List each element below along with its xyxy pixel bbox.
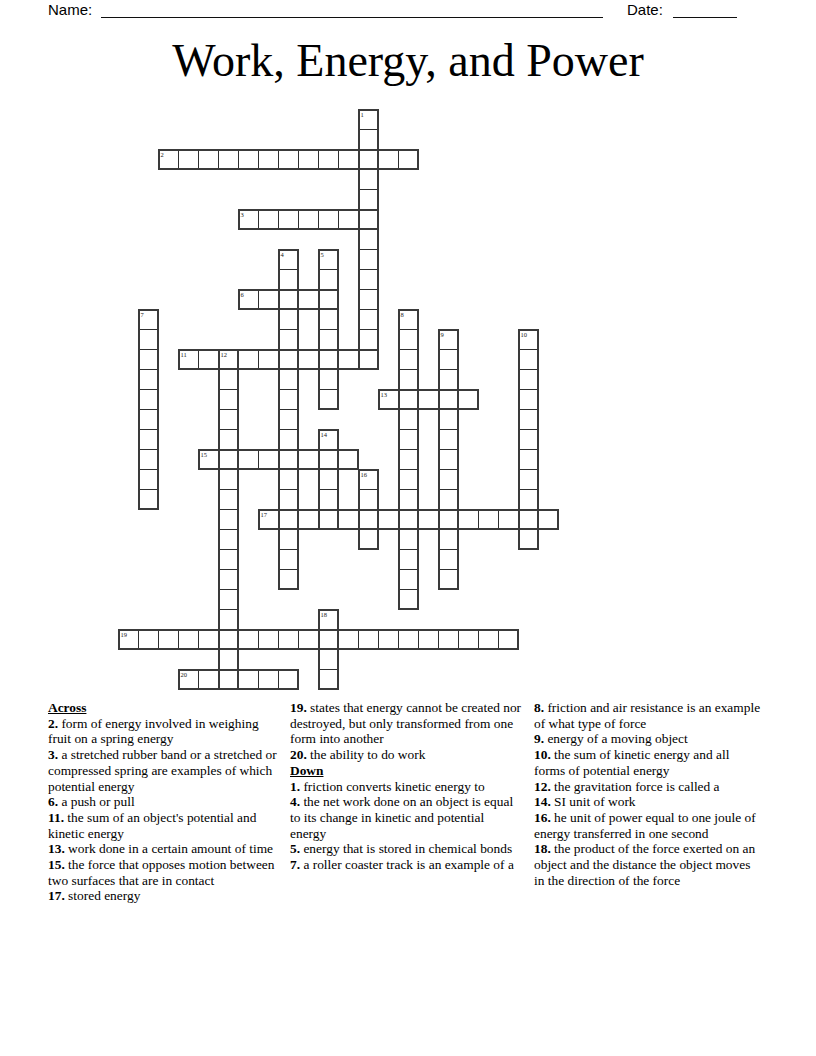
- grid-cell-r12c20[interactable]: [518, 349, 539, 370]
- grid-cell-r12c1[interactable]: [138, 349, 159, 370]
- grid-cell-r7c10[interactable]: [318, 249, 339, 270]
- grid-cell-r11c8[interactable]: [278, 329, 299, 350]
- grid-cell-r27c10[interactable]: [318, 649, 339, 670]
- grid-cell-r17c9[interactable]: [298, 449, 319, 470]
- clue-number: 9.: [534, 731, 544, 746]
- grid-cell-r2c12[interactable]: [358, 149, 379, 170]
- grid-cell-r19c8[interactable]: [278, 489, 299, 510]
- clue-across-2: 2. form of energy involved in weighing f…: [48, 716, 278, 747]
- clue-across-6: 6. a push or pull: [48, 794, 278, 810]
- grid-cell-r12c12[interactable]: [358, 349, 379, 370]
- clue-down-4: 4. the net work done on an object is equ…: [290, 794, 522, 841]
- grid-cell-r0c12[interactable]: [358, 109, 379, 130]
- grid-cell-r24c5[interactable]: [218, 589, 239, 610]
- grid-cell-r16c20[interactable]: [518, 429, 539, 450]
- grid-cell-r26c7[interactable]: [258, 629, 279, 650]
- clue-down-10: 10. the sum of kinetic energy and all fo…: [534, 747, 762, 778]
- grid-cell-r19c10[interactable]: [318, 489, 339, 510]
- grid-cell-r9c7[interactable]: [258, 289, 279, 310]
- grid-cell-r26c18[interactable]: [478, 629, 499, 650]
- grid-cell-r18c5[interactable]: [218, 469, 239, 490]
- clue-text: a push or pull: [58, 794, 135, 809]
- grid-cell-r14c8[interactable]: [278, 389, 299, 410]
- grid-cell-r16c1[interactable]: [138, 429, 159, 450]
- grid-cell-r26c13[interactable]: [378, 629, 399, 650]
- grid-cell-r18c14[interactable]: [398, 469, 419, 490]
- grid-cell-r19c16[interactable]: [438, 489, 459, 510]
- clue-across-11: 11. the sum of an object's potential and…: [48, 810, 278, 841]
- grid-cell-r13c16[interactable]: [438, 369, 459, 390]
- clue-number: 4.: [290, 794, 300, 809]
- grid-cell-r6c12[interactable]: [358, 229, 379, 250]
- grid-cell-r15c8[interactable]: [278, 409, 299, 430]
- clue-column-1: Across2. form of energy involved in weig…: [48, 700, 278, 904]
- grid-cell-r20c9[interactable]: [298, 509, 319, 530]
- grid-cell-r26c6[interactable]: [238, 629, 259, 650]
- grid-cell-r3c12[interactable]: [358, 169, 379, 190]
- grid-cell-r19c12[interactable]: [358, 489, 379, 510]
- clue-number: 2.: [48, 716, 58, 731]
- clue-across-3: 3. a stretched rubber band or a stretche…: [48, 747, 278, 794]
- grid-cell-r7c12[interactable]: [358, 249, 379, 270]
- grid-cell-r14c20[interactable]: [518, 389, 539, 410]
- grid-cell-r11c16[interactable]: [438, 329, 459, 350]
- clue-across-15: 15. the force that opposes motion betwee…: [48, 857, 278, 888]
- grid-cell-r12c14[interactable]: [398, 349, 419, 370]
- grid-cell-r9c10[interactable]: [318, 289, 339, 310]
- grid-cell-r23c8[interactable]: [278, 569, 299, 590]
- grid-cell-r17c20[interactable]: [518, 449, 539, 470]
- name-label: Name:: [48, 2, 92, 18]
- clue-text: a stretched rubber band or a stretched o…: [48, 747, 277, 793]
- grid-cell-r5c8[interactable]: [278, 209, 299, 230]
- clue-text: the sum of kinetic energy and all forms …: [534, 747, 729, 778]
- clue-text: a roller coaster track is an example of …: [300, 857, 514, 872]
- clue-number: 12.: [534, 779, 551, 794]
- grid-cell-r23c14[interactable]: [398, 569, 419, 590]
- clue-down-7: 7. a roller coaster track is an example …: [290, 857, 522, 873]
- clue-down-12: 12. the gravitation force is called a: [534, 779, 762, 795]
- grid-cell-r16c10[interactable]: [318, 429, 339, 450]
- grid-cell-r26c10[interactable]: [318, 629, 339, 650]
- grid-cell-r2c6[interactable]: [238, 149, 259, 170]
- grid-cell-r2c13[interactable]: [378, 149, 399, 170]
- grid-cell-r15c14[interactable]: [398, 409, 419, 430]
- grid-cell-r12c4[interactable]: [198, 349, 219, 370]
- grid-cell-r14c5[interactable]: [218, 389, 239, 410]
- clue-across-13: 13. work done in a certain amount of tim…: [48, 841, 278, 857]
- grid-cell-r2c2[interactable]: [158, 149, 179, 170]
- grid-cell-r17c14[interactable]: [398, 449, 419, 470]
- grid-cell-r26c16[interactable]: [438, 629, 459, 650]
- grid-cell-r5c6[interactable]: [238, 209, 259, 230]
- clue-text: stored energy: [65, 888, 141, 903]
- grid-cell-r12c3[interactable]: [178, 349, 199, 370]
- grid-cell-r2c8[interactable]: [278, 149, 299, 170]
- clue-text: SI unit of work: [551, 794, 636, 809]
- grid-cell-r9c12[interactable]: [358, 289, 379, 310]
- grid-cell-r13c8[interactable]: [278, 369, 299, 390]
- grid-cell-r26c14[interactable]: [398, 629, 419, 650]
- grid-cell-r23c16[interactable]: [438, 569, 459, 590]
- clue-text: the gravitation force is called a: [551, 779, 720, 794]
- clue-number: 15.: [48, 857, 65, 872]
- grid-cell-r2c7[interactable]: [258, 149, 279, 170]
- grid-cell-r26c0[interactable]: [118, 629, 139, 650]
- grid-cell-r21c14[interactable]: [398, 529, 419, 550]
- name-input-line[interactable]: [101, 3, 603, 18]
- grid-cell-r20c18[interactable]: [478, 509, 499, 530]
- grid-cell-r18c16[interactable]: [438, 469, 459, 490]
- clue-down-1: 1. friction converts kinetic energy to: [290, 779, 522, 795]
- grid-cell-r12c8[interactable]: [278, 349, 299, 370]
- grid-cell-r26c3[interactable]: [178, 629, 199, 650]
- clue-number: 5.: [290, 841, 300, 856]
- grid-cell-r10c14[interactable]: [398, 309, 419, 330]
- clue-down-14: 14. SI unit of work: [534, 794, 762, 810]
- clue-text: form of energy involved in weighing frui…: [48, 716, 259, 747]
- grid-cell-r26c9[interactable]: [298, 629, 319, 650]
- grid-cell-r14c15[interactable]: [418, 389, 439, 410]
- clue-number: 7.: [290, 857, 300, 872]
- grid-cell-r19c1[interactable]: [138, 489, 159, 510]
- clue-column-2: 19. states that energy cannot be created…: [290, 700, 522, 873]
- grid-cell-r16c16[interactable]: [438, 429, 459, 450]
- grid-cell-r22c8[interactable]: [278, 549, 299, 570]
- grid-cell-r2c14[interactable]: [398, 149, 419, 170]
- clue-down-5: 5. energy that is stored in chemical bon…: [290, 841, 522, 857]
- grid-cell-r11c20[interactable]: [518, 329, 539, 350]
- grid-cell-r2c10[interactable]: [318, 149, 339, 170]
- grid-cell-r15c16[interactable]: [438, 409, 459, 430]
- grid-cell-r18c20[interactable]: [518, 469, 539, 490]
- grid-cell-r9c6[interactable]: [238, 289, 259, 310]
- grid-cell-r15c5[interactable]: [218, 409, 239, 430]
- grid-cell-r26c5[interactable]: [218, 629, 239, 650]
- grid-cell-r11c1[interactable]: [138, 329, 159, 350]
- grid-cell-r18c1[interactable]: [138, 469, 159, 490]
- grid-cell-r10c10[interactable]: [318, 309, 339, 330]
- clue-text: the product of the force exerted on an o…: [534, 841, 755, 887]
- grid-cell-r20c21[interactable]: [538, 509, 559, 530]
- grid-cell-r23c5[interactable]: [218, 569, 239, 590]
- grid-cell-r20c17[interactable]: [458, 509, 479, 530]
- grid-cell-r20c12[interactable]: [358, 509, 379, 530]
- grid-cell-r16c14[interactable]: [398, 429, 419, 450]
- grid-cell-r12c9[interactable]: [298, 349, 319, 370]
- grid-cell-r10c12[interactable]: [358, 309, 379, 330]
- crossword-grid: 2361113151719201457891012141618: [118, 109, 560, 691]
- grid-cell-r24c14[interactable]: [398, 589, 419, 610]
- grid-cell-r14c1[interactable]: [138, 389, 159, 410]
- clue-across-19: 19. states that energy cannot be created…: [290, 700, 522, 747]
- grid-cell-r11c12[interactable]: [358, 329, 379, 350]
- clue-column-3: 8. friction and air resistance is an exa…: [534, 700, 762, 888]
- clue-text: friction and air resistance is an exampl…: [534, 700, 760, 731]
- grid-cell-r12c6[interactable]: [238, 349, 259, 370]
- clue-text: work done in a certain amount of time: [65, 841, 273, 856]
- grid-cell-r5c7[interactable]: [258, 209, 279, 230]
- grid-cell-r10c8[interactable]: [278, 309, 299, 330]
- grid-cell-r20c19[interactable]: [498, 509, 519, 530]
- grid-cell-r28c10[interactable]: [318, 669, 339, 690]
- grid-cell-r16c8[interactable]: [278, 429, 299, 450]
- clue-number: 6.: [48, 794, 58, 809]
- grid-cell-r18c12[interactable]: [358, 469, 379, 490]
- grid-cell-r7c8[interactable]: [278, 249, 299, 270]
- grid-cell-r26c8[interactable]: [278, 629, 299, 650]
- grid-cell-r12c16[interactable]: [438, 349, 459, 370]
- grid-cell-r26c17[interactable]: [458, 629, 479, 650]
- grid-cell-r26c1[interactable]: [138, 629, 159, 650]
- grid-cell-r26c15[interactable]: [418, 629, 439, 650]
- across-heading: Across: [48, 700, 278, 716]
- grid-cell-r13c5[interactable]: [218, 369, 239, 390]
- clue-down-18: 18. the product of the force exerted on …: [534, 841, 762, 888]
- grid-cell-r17c4[interactable]: [198, 449, 219, 470]
- grid-cell-r20c7[interactable]: [258, 509, 279, 530]
- grid-cell-r9c9[interactable]: [298, 289, 319, 310]
- clue-down-16: 16. he unit of power equal to one joule …: [534, 810, 762, 841]
- grid-cell-r2c5[interactable]: [218, 149, 239, 170]
- grid-cell-r27c5[interactable]: [218, 649, 239, 670]
- clue-down-9: 9. energy of a moving object: [534, 731, 762, 747]
- clue-text: the force that opposes motion between tw…: [48, 857, 274, 888]
- clue-text: energy of a moving object: [544, 731, 688, 746]
- grid-cell-r22c5[interactable]: [218, 549, 239, 570]
- grid-cell-r26c12[interactable]: [358, 629, 379, 650]
- clue-number: 8.: [534, 700, 544, 715]
- grid-cell-r12c11[interactable]: [338, 349, 359, 370]
- page-title: Work, Energy, and Power: [0, 36, 816, 86]
- grid-cell-r8c12[interactable]: [358, 269, 379, 290]
- grid-cell-r20c10[interactable]: [318, 509, 339, 530]
- grid-cell-r11c14[interactable]: [398, 329, 419, 350]
- clue-text: he unit of power equal to one joule of e…: [534, 810, 756, 841]
- grid-cell-r12c7[interactable]: [258, 349, 279, 370]
- clue-number: 11.: [48, 810, 64, 825]
- clue-across-20: 20. the ability to do work: [290, 747, 522, 763]
- grid-cell-r12c10[interactable]: [318, 349, 339, 370]
- clue-number: 20.: [290, 747, 307, 762]
- grid-cell-r20c16[interactable]: [438, 509, 459, 530]
- grid-cell-r17c16[interactable]: [438, 449, 459, 470]
- grid-cell-r2c9[interactable]: [298, 149, 319, 170]
- clue-text: friction converts kinetic energy to: [300, 779, 485, 794]
- grid-cell-r20c13[interactable]: [378, 509, 399, 530]
- clue-down-8: 8. friction and air resistance is an exa…: [534, 700, 762, 731]
- grid-cell-r1c12[interactable]: [358, 129, 379, 150]
- grid-cell-r12c5[interactable]: [218, 349, 239, 370]
- clue-number: 1.: [290, 779, 300, 794]
- grid-cell-r26c11[interactable]: [338, 629, 359, 650]
- grid-cell-r28c4[interactable]: [198, 669, 219, 690]
- grid-cell-r10c1[interactable]: [138, 309, 159, 330]
- grid-cell-r18c8[interactable]: [278, 469, 299, 490]
- clue-text: the sum of an object's potential and kin…: [48, 810, 256, 841]
- grid-cell-r14c17[interactable]: [458, 389, 479, 410]
- clue-number: 10.: [534, 747, 551, 762]
- grid-cell-r21c16[interactable]: [438, 529, 459, 550]
- grid-cell-r19c5[interactable]: [218, 489, 239, 510]
- grid-cell-r26c19[interactable]: [498, 629, 519, 650]
- clue-number: 16.: [534, 810, 551, 825]
- grid-cell-r5c11[interactable]: [338, 209, 359, 230]
- grid-cell-r25c5[interactable]: [218, 609, 239, 630]
- grid-cell-r28c6[interactable]: [238, 669, 259, 690]
- grid-cell-r13c20[interactable]: [518, 369, 539, 390]
- grid-cell-r14c16[interactable]: [438, 389, 459, 410]
- grid-cell-r21c20[interactable]: [518, 529, 539, 550]
- grid-cell-r2c4[interactable]: [198, 149, 219, 170]
- grid-cell-r28c3[interactable]: [178, 669, 199, 690]
- grid-cell-r17c6[interactable]: [238, 449, 259, 470]
- grid-cell-r28c5[interactable]: [218, 669, 239, 690]
- clue-text: the ability to do work: [307, 747, 426, 762]
- grid-cell-r19c20[interactable]: [518, 489, 539, 510]
- clue-text: energy that is stored in chemical bonds: [300, 841, 512, 856]
- grid-cell-r13c14[interactable]: [398, 369, 419, 390]
- grid-cell-r5c12[interactable]: [358, 209, 379, 230]
- grid-cell-r20c11[interactable]: [338, 509, 359, 530]
- grid-cell-r14c13[interactable]: [378, 389, 399, 410]
- clue-number: 18.: [534, 841, 551, 856]
- grid-cell-r17c7[interactable]: [258, 449, 279, 470]
- grid-cell-r8c10[interactable]: [318, 269, 339, 290]
- grid-cell-r14c10[interactable]: [318, 389, 339, 410]
- date-input-line[interactable]: [673, 3, 737, 18]
- grid-cell-r2c11[interactable]: [338, 149, 359, 170]
- grid-cell-r5c10[interactable]: [318, 209, 339, 230]
- grid-cell-r20c14[interactable]: [398, 509, 419, 530]
- grid-cell-r21c5[interactable]: [218, 529, 239, 550]
- clue-number: 13.: [48, 841, 65, 856]
- down-heading: Down: [290, 763, 522, 779]
- grid-cell-r11c10[interactable]: [318, 329, 339, 350]
- grid-cell-r21c8[interactable]: [278, 529, 299, 550]
- grid-cell-r28c7[interactable]: [258, 669, 279, 690]
- clue-across-17: 17. stored energy: [48, 888, 278, 904]
- grid-cell-r13c10[interactable]: [318, 369, 339, 390]
- grid-cell-r20c15[interactable]: [418, 509, 439, 530]
- grid-cell-r15c20[interactable]: [518, 409, 539, 430]
- grid-cell-r26c4[interactable]: [198, 629, 219, 650]
- grid-cell-r20c8[interactable]: [278, 509, 299, 530]
- grid-cell-r4c12[interactable]: [358, 189, 379, 210]
- grid-cell-r22c14[interactable]: [398, 549, 419, 570]
- grid-cell-r26c2[interactable]: [158, 629, 179, 650]
- grid-cell-r8c8[interactable]: [278, 269, 299, 290]
- grid-cell-r16c5[interactable]: [218, 429, 239, 450]
- grid-cell-r17c1[interactable]: [138, 449, 159, 470]
- grid-cell-r18c10[interactable]: [318, 469, 339, 490]
- grid-cell-r20c5[interactable]: [218, 509, 239, 530]
- grid-cell-r2c3[interactable]: [178, 149, 199, 170]
- grid-cell-r9c8[interactable]: [278, 289, 299, 310]
- clue-text: the net work done on an object is equal …: [290, 794, 513, 840]
- grid-cell-r21c12[interactable]: [358, 529, 379, 550]
- grid-cell-r19c14[interactable]: [398, 489, 419, 510]
- clue-number: 14.: [534, 794, 551, 809]
- grid-cell-r17c10[interactable]: [318, 449, 339, 470]
- grid-cell-r13c1[interactable]: [138, 369, 159, 390]
- clue-number: 19.: [290, 700, 307, 715]
- grid-cell-r5c9[interactable]: [298, 209, 319, 230]
- grid-cell-r15c1[interactable]: [138, 409, 159, 430]
- clue-number: 3.: [48, 747, 58, 762]
- grid-cell-r17c5[interactable]: [218, 449, 239, 470]
- grid-cell-r17c11[interactable]: [338, 449, 359, 470]
- grid-cell-r17c8[interactable]: [278, 449, 299, 470]
- grid-cell-r25c10[interactable]: [318, 609, 339, 630]
- clue-text: states that energy cannot be created nor…: [290, 700, 521, 746]
- worksheet-page: Name: Date: Work, Energy, and Power 2361…: [0, 0, 816, 1056]
- date-label: Date:: [627, 2, 663, 18]
- grid-cell-r28c8[interactable]: [278, 669, 299, 690]
- grid-cell-r14c14[interactable]: [398, 389, 419, 410]
- clue-number: 17.: [48, 888, 65, 903]
- grid-cell-r20c20[interactable]: [518, 509, 539, 530]
- grid-cell-r22c16[interactable]: [438, 549, 459, 570]
